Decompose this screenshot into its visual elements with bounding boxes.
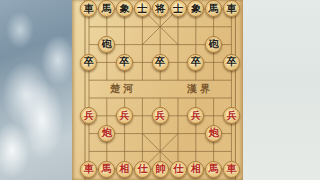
mountain-background-photo — [0, 0, 73, 180]
piece-red-horse-right[interactable]: 馬 — [205, 161, 222, 178]
pieces-grid: 車馬象士将士象馬車砲砲卒卒卒卒卒兵兵兵兵兵炮炮車馬相仕帥仕相馬車 — [80, 0, 241, 178]
piece-label: 馬 — [209, 164, 219, 174]
piece-red-soldier-4[interactable]: 兵 — [187, 107, 204, 124]
piece-label: 仕 — [137, 164, 147, 174]
piece-label: 車 — [227, 4, 237, 14]
piece-black-elephant-left[interactable]: 象 — [116, 0, 133, 17]
piece-label: 兵 — [227, 111, 237, 121]
piece-red-chariot-left[interactable]: 車 — [80, 161, 97, 178]
piece-label: 仕 — [173, 164, 183, 174]
piece-label: 車 — [84, 164, 94, 174]
piece-label: 馬 — [102, 4, 112, 14]
piece-label: 将 — [155, 4, 165, 14]
piece-label: 象 — [191, 4, 201, 14]
piece-black-horse-right[interactable]: 馬 — [205, 0, 222, 17]
piece-black-elephant-right[interactable]: 象 — [187, 0, 204, 17]
piece-label: 車 — [84, 4, 94, 14]
piece-red-advisor-right[interactable]: 仕 — [170, 161, 187, 178]
piece-label: 馬 — [102, 164, 112, 174]
piece-label: 兵 — [84, 111, 94, 121]
piece-label: 卒 — [227, 57, 237, 67]
piece-black-chariot-right[interactable]: 車 — [223, 0, 240, 17]
piece-label: 卒 — [84, 57, 94, 67]
piece-red-chariot-right[interactable]: 車 — [223, 161, 240, 178]
piece-black-horse-left[interactable]: 馬 — [98, 0, 115, 17]
piece-red-advisor-left[interactable]: 仕 — [134, 161, 151, 178]
piece-black-cannon-right[interactable]: 砲 — [205, 36, 222, 53]
piece-label: 相 — [191, 164, 201, 174]
piece-label: 卒 — [155, 57, 165, 67]
piece-red-soldier-1[interactable]: 兵 — [80, 107, 97, 124]
piece-label: 兵 — [155, 111, 165, 121]
piece-red-cannon-right[interactable]: 炮 — [205, 125, 222, 142]
piece-red-horse-left[interactable]: 馬 — [98, 161, 115, 178]
piece-black-general[interactable]: 将 — [152, 0, 169, 17]
piece-black-soldier-2[interactable]: 卒 — [116, 54, 133, 71]
piece-red-soldier-3[interactable]: 兵 — [152, 107, 169, 124]
xiangqi-board[interactable]: 楚河 漢界 車馬象士将士象馬車砲砲卒卒卒卒卒兵兵兵兵兵炮炮車馬相仕帥仕相馬車 — [72, 0, 243, 180]
piece-black-chariot-left[interactable]: 車 — [80, 0, 97, 17]
piece-red-general[interactable]: 帥 — [152, 161, 169, 178]
piece-red-soldier-2[interactable]: 兵 — [116, 107, 133, 124]
piece-label: 卒 — [191, 57, 201, 67]
piece-black-soldier-4[interactable]: 卒 — [187, 54, 204, 71]
piece-black-cannon-left[interactable]: 砲 — [98, 36, 115, 53]
game-screen: 楚河 漢界 車馬象士将士象馬車砲砲卒卒卒卒卒兵兵兵兵兵炮炮車馬相仕帥仕相馬車 — [0, 0, 320, 180]
piece-label: 卒 — [120, 57, 130, 67]
piece-label: 兵 — [120, 111, 130, 121]
piece-label: 炮 — [209, 129, 219, 139]
piece-label: 兵 — [191, 111, 201, 121]
piece-black-soldier-5[interactable]: 卒 — [223, 54, 240, 71]
piece-red-elephant-right[interactable]: 相 — [187, 161, 204, 178]
piece-red-elephant-left[interactable]: 相 — [116, 161, 133, 178]
piece-label: 車 — [227, 164, 237, 174]
piece-label: 砲 — [102, 40, 112, 50]
piece-label: 士 — [137, 4, 147, 14]
piece-black-soldier-1[interactable]: 卒 — [80, 54, 97, 71]
piece-label: 砲 — [209, 40, 219, 50]
piece-black-soldier-3[interactable]: 卒 — [152, 54, 169, 71]
piece-label: 士 — [173, 4, 183, 14]
piece-label: 馬 — [209, 4, 219, 14]
piece-label: 象 — [120, 4, 130, 14]
piece-label: 炮 — [102, 129, 112, 139]
piece-label: 帥 — [155, 164, 165, 174]
piece-red-soldier-5[interactable]: 兵 — [223, 107, 240, 124]
piece-red-cannon-left[interactable]: 炮 — [98, 125, 115, 142]
piece-black-advisor-right[interactable]: 士 — [170, 0, 187, 17]
piece-black-advisor-left[interactable]: 士 — [134, 0, 151, 17]
piece-label: 相 — [120, 164, 130, 174]
